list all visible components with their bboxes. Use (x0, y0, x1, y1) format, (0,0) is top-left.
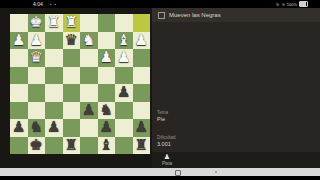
square-b5[interactable]: ♟ (115, 84, 133, 102)
difficulty-field[interactable]: Dificultad 3.001 (157, 135, 176, 147)
home-button[interactable] (215, 171, 217, 173)
bezel (0, 176, 320, 180)
notification-icons: ▪ ▪ (50, 2, 57, 7)
theme-value: Pie (157, 116, 168, 122)
theme-field[interactable]: Tema Pie (157, 110, 168, 122)
square-d7[interactable] (80, 119, 98, 137)
status-right-cluster: ↻ ≋ 100% (276, 1, 308, 7)
square-d3[interactable] (80, 49, 98, 67)
square-c6[interactable]: ♞ (98, 102, 116, 120)
piece-wR: ♜ (45, 14, 63, 32)
recents-button[interactable] (175, 170, 181, 176)
rotation-lock-icon: ↻ (276, 2, 279, 7)
status-bar: 4:04 ▪ ▪ ↻ ≋ 100% (0, 0, 320, 8)
square-e6[interactable] (63, 102, 81, 120)
square-g8[interactable]: ♚ (28, 137, 46, 155)
panel-toolbar: Mueven las Negras (152, 8, 320, 22)
square-h4[interactable] (10, 67, 28, 85)
hint-button[interactable]: ♟ Pista (158, 153, 176, 166)
square-c1[interactable] (98, 14, 116, 32)
square-a3[interactable] (133, 49, 151, 67)
square-e2[interactable]: ♛ (63, 32, 81, 50)
theme-label: Tema (157, 110, 168, 115)
square-a8[interactable]: ♜ (133, 137, 151, 155)
battery-icon (299, 1, 308, 7)
piece-wB: ♝ (115, 32, 133, 50)
square-b7[interactable] (115, 119, 133, 137)
square-h3[interactable] (10, 49, 28, 67)
pawn-icon: ♟ (158, 153, 176, 161)
piece-wP: ♟ (28, 32, 46, 50)
piece-bN: ♞ (28, 119, 46, 137)
square-c3[interactable]: ♟ (98, 49, 116, 67)
piece-bP: ♟ (45, 119, 63, 137)
square-g5[interactable] (28, 84, 46, 102)
side-panel: Mueven las Negras Tema Pie Dificultad 3.… (152, 8, 320, 168)
piece-bR: ♜ (63, 137, 81, 155)
piece-bP: ♟ (80, 102, 98, 120)
square-g7[interactable]: ♞ (28, 119, 46, 137)
square-b4[interactable] (115, 67, 133, 85)
square-c5[interactable] (98, 84, 116, 102)
square-e1[interactable]: ♜ (63, 14, 81, 32)
square-f3[interactable] (45, 49, 63, 67)
square-b6[interactable] (115, 102, 133, 120)
square-f6[interactable] (45, 102, 63, 120)
status-clock: 4:04 (33, 1, 43, 7)
piece-bK: ♚ (28, 137, 46, 155)
piece-bN: ♞ (98, 102, 116, 120)
wifi-icon: ≋ (281, 2, 284, 7)
piece-bP: ♟ (98, 119, 116, 137)
black-to-move-label: Mueven las Negras (169, 12, 221, 18)
square-a5[interactable] (133, 84, 151, 102)
square-a6[interactable] (133, 102, 151, 120)
piece-bP: ♟ (115, 84, 133, 102)
square-f1[interactable]: ♜ (45, 14, 63, 32)
square-d8[interactable] (80, 137, 98, 155)
piece-bP: ♟ (10, 119, 28, 137)
square-h1[interactable] (10, 14, 28, 32)
square-b8[interactable] (115, 137, 133, 155)
square-h5[interactable] (10, 84, 28, 102)
difficulty-label: Dificultad (157, 135, 176, 140)
piece-wR: ♜ (63, 14, 81, 32)
square-a2[interactable]: ♟ (133, 32, 151, 50)
square-b3[interactable]: ♟ (115, 49, 133, 67)
square-h6[interactable] (10, 102, 28, 120)
piece-wP: ♟ (115, 49, 133, 67)
square-f2[interactable] (45, 32, 63, 50)
battery-percent: 100% (287, 2, 297, 7)
square-h2[interactable]: ♟ (10, 32, 28, 50)
black-to-move-checkbox[interactable] (158, 12, 165, 19)
square-f4[interactable] (45, 67, 63, 85)
board-zone: ♚♜♜♟♟♛♞♝♟♛♟♟♟♟♞♟♞♟♟♟♚♜♝♜ (0, 8, 152, 168)
square-d5[interactable] (80, 84, 98, 102)
square-c7[interactable]: ♟ (98, 119, 116, 137)
square-d2[interactable]: ♞ (80, 32, 98, 50)
piece-bQ: ♛ (63, 32, 81, 50)
square-g4[interactable] (28, 67, 46, 85)
panel-bottom-bar: ♟ Pista (152, 152, 320, 168)
square-e7[interactable] (63, 119, 81, 137)
square-f7[interactable]: ♟ (45, 119, 63, 137)
square-b1[interactable] (115, 14, 133, 32)
difficulty-value: 3.001 (157, 141, 176, 147)
square-e4[interactable] (63, 67, 81, 85)
hint-label: Pista (158, 161, 176, 166)
piece-bR: ♜ (133, 137, 151, 155)
square-f5[interactable] (45, 84, 63, 102)
piece-wN: ♞ (80, 32, 98, 50)
square-g1[interactable]: ♚ (28, 14, 46, 32)
square-d1[interactable] (80, 14, 98, 32)
square-a4[interactable] (133, 67, 151, 85)
square-b2[interactable]: ♝ (115, 32, 133, 50)
piece-wP: ♟ (133, 32, 151, 50)
app-screen: 4:04 ▪ ▪ ↻ ≋ 100% ♚♜♜♟♟♛♞♝♟♛♟♟♟♟♞♟♞♟♟♟♚♜… (0, 0, 320, 180)
square-c4[interactable] (98, 67, 116, 85)
square-f8[interactable] (45, 137, 63, 155)
square-a7[interactable]: ♟ (133, 119, 151, 137)
square-g3[interactable]: ♛ (28, 49, 46, 67)
square-e8[interactable]: ♜ (63, 137, 81, 155)
square-e3[interactable] (63, 49, 81, 67)
square-d6[interactable]: ♟ (80, 102, 98, 120)
piece-wK: ♚ (28, 14, 46, 32)
square-g2[interactable]: ♟ (28, 32, 46, 50)
square-c8[interactable]: ♝ (98, 137, 116, 155)
android-nav-bar (0, 168, 320, 176)
square-c2[interactable] (98, 32, 116, 50)
square-d4[interactable] (80, 67, 98, 85)
piece-wP: ♟ (98, 49, 116, 67)
square-g6[interactable] (28, 102, 46, 120)
piece-bB: ♝ (98, 137, 116, 155)
square-e5[interactable] (63, 84, 81, 102)
square-a1[interactable] (133, 14, 151, 32)
square-h8[interactable] (10, 137, 28, 155)
piece-wQ: ♛ (28, 49, 46, 67)
square-h7[interactable]: ♟ (10, 119, 28, 137)
chess-board[interactable]: ♚♜♜♟♟♛♞♝♟♛♟♟♟♟♞♟♞♟♟♟♚♜♝♜ (10, 14, 150, 154)
piece-bP: ♟ (133, 119, 151, 137)
piece-wP: ♟ (10, 32, 28, 50)
